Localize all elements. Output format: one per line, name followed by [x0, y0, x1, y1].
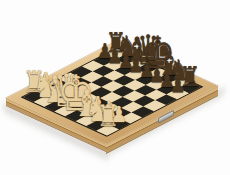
chess-set-photo: ♜♞♝♛♚♝♞♜♟♟♟♟♟♟♟♟♟♟♟♟♟♟♟♟♜♞♝♛♚♝♞♜ — [0, 0, 230, 175]
